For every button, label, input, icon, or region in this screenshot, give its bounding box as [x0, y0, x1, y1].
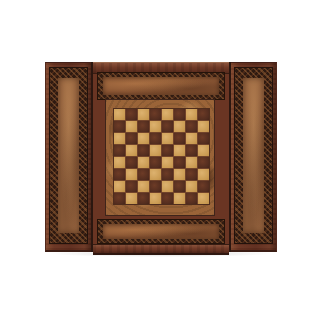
square-a3 [114, 169, 125, 180]
top-leather-panel-inset [103, 77, 219, 95]
square-b4 [126, 157, 137, 168]
square-e6 [162, 133, 173, 144]
square-d6 [150, 133, 161, 144]
square-e8 [162, 109, 173, 120]
square-g3 [186, 169, 197, 180]
square-c8 [138, 109, 149, 120]
square-e2 [162, 181, 173, 192]
square-c1 [138, 193, 149, 204]
square-h8 [198, 109, 209, 120]
square-a1 [114, 193, 125, 204]
square-b7 [126, 121, 137, 132]
square-g7 [186, 121, 197, 132]
left-panel-leather [58, 78, 79, 233]
chessboard-product-photo [45, 62, 277, 252]
square-e4 [162, 157, 173, 168]
right-side-panel [231, 62, 277, 252]
square-a5 [114, 145, 125, 156]
square-d4 [150, 157, 161, 168]
square-g6 [186, 133, 197, 144]
left-side-panel [45, 62, 91, 252]
square-c3 [138, 169, 149, 180]
square-f1 [174, 193, 185, 204]
square-a2 [114, 181, 125, 192]
square-a4 [114, 157, 125, 168]
chessboard [113, 108, 210, 205]
square-c6 [138, 133, 149, 144]
square-f7 [174, 121, 185, 132]
square-a8 [114, 109, 125, 120]
square-g4 [186, 157, 197, 168]
square-h5 [198, 145, 209, 156]
top-leather-panel [97, 72, 225, 100]
square-f8 [174, 109, 185, 120]
square-f3 [174, 169, 185, 180]
left-panel-ornate-border [49, 67, 88, 244]
square-d3 [150, 169, 161, 180]
square-c7 [138, 121, 149, 132]
square-a6 [114, 133, 125, 144]
square-b3 [126, 169, 137, 180]
square-e1 [162, 193, 173, 204]
square-h2 [198, 181, 209, 192]
square-c5 [138, 145, 149, 156]
square-d8 [150, 109, 161, 120]
square-f4 [174, 157, 185, 168]
square-c4 [138, 157, 149, 168]
square-b1 [126, 193, 137, 204]
burl-board-frame [105, 99, 215, 216]
right-panel-leather [243, 78, 264, 233]
square-b2 [126, 181, 137, 192]
square-g5 [186, 145, 197, 156]
square-c2 [138, 181, 149, 192]
drop-shadow [51, 250, 271, 257]
square-a7 [114, 121, 125, 132]
square-f6 [174, 133, 185, 144]
square-b5 [126, 145, 137, 156]
square-h6 [198, 133, 209, 144]
center-board-section [91, 62, 231, 252]
square-g8 [186, 109, 197, 120]
square-h3 [198, 169, 209, 180]
square-d5 [150, 145, 161, 156]
square-g2 [186, 181, 197, 192]
square-f2 [174, 181, 185, 192]
square-h7 [198, 121, 209, 132]
right-panel-ornate-border [234, 67, 273, 244]
square-e7 [162, 121, 173, 132]
square-h4 [198, 157, 209, 168]
square-h1 [198, 193, 209, 204]
square-d2 [150, 181, 161, 192]
square-b6 [126, 133, 137, 144]
square-d1 [150, 193, 161, 204]
square-f5 [174, 145, 185, 156]
bottom-leather-panel [97, 219, 225, 244]
square-g1 [186, 193, 197, 204]
square-e5 [162, 145, 173, 156]
bottom-leather-panel-inset [103, 224, 219, 239]
square-e3 [162, 169, 173, 180]
square-d7 [150, 121, 161, 132]
square-b8 [126, 109, 137, 120]
